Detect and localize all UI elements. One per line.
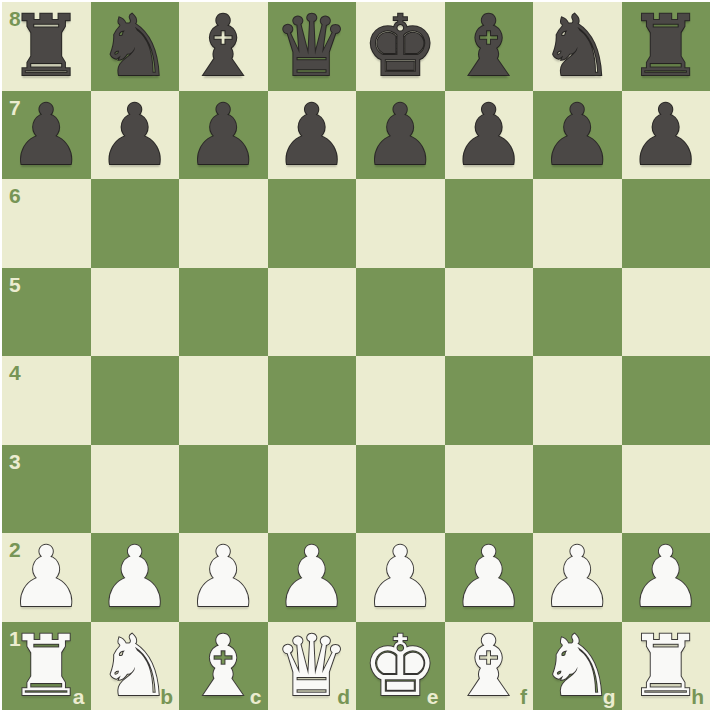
square-e1[interactable]: e♚: [356, 622, 445, 711]
square-g1[interactable]: g♞: [533, 622, 622, 711]
square-f6[interactable]: [445, 179, 534, 268]
piece-black-pawn[interactable]: ♟: [2, 91, 91, 180]
square-b7[interactable]: ♟: [91, 91, 180, 180]
square-e5[interactable]: [356, 268, 445, 357]
square-d5[interactable]: [268, 268, 357, 357]
square-c4[interactable]: [179, 356, 268, 445]
square-c1[interactable]: c♝: [179, 622, 268, 711]
piece-black-knight[interactable]: ♞: [91, 2, 180, 91]
piece-white-rook[interactable]: ♜: [2, 622, 91, 711]
square-d4[interactable]: [268, 356, 357, 445]
square-e3[interactable]: [356, 445, 445, 534]
square-g2[interactable]: ♟: [533, 533, 622, 622]
chess-board: 8♜♞♝♛♚♝♞♜7♟♟♟♟♟♟♟♟65432♟♟♟♟♟♟♟♟1a♜b♞c♝d♛…: [2, 2, 710, 710]
square-d6[interactable]: [268, 179, 357, 268]
piece-black-bishop[interactable]: ♝: [445, 2, 534, 91]
square-a1[interactable]: 1a♜: [2, 622, 91, 711]
square-d8[interactable]: ♛: [268, 2, 357, 91]
square-c3[interactable]: [179, 445, 268, 534]
square-c6[interactable]: [179, 179, 268, 268]
piece-white-queen[interactable]: ♛: [268, 622, 357, 711]
square-h5[interactable]: [622, 268, 711, 357]
square-c5[interactable]: [179, 268, 268, 357]
square-f8[interactable]: ♝: [445, 2, 534, 91]
square-h1[interactable]: h♜: [622, 622, 711, 711]
piece-black-rook[interactable]: ♜: [2, 2, 91, 91]
square-a5[interactable]: 5: [2, 268, 91, 357]
square-e2[interactable]: ♟: [356, 533, 445, 622]
piece-white-pawn[interactable]: ♟: [2, 533, 91, 622]
square-d7[interactable]: ♟: [268, 91, 357, 180]
square-f3[interactable]: [445, 445, 534, 534]
rank-label-5: 5: [9, 274, 21, 295]
square-h2[interactable]: ♟: [622, 533, 711, 622]
piece-black-pawn[interactable]: ♟: [622, 91, 711, 180]
square-g3[interactable]: [533, 445, 622, 534]
piece-black-rook[interactable]: ♜: [622, 2, 711, 91]
square-e7[interactable]: ♟: [356, 91, 445, 180]
piece-white-knight[interactable]: ♞: [533, 622, 622, 711]
square-g4[interactable]: [533, 356, 622, 445]
square-f1[interactable]: f♝: [445, 622, 534, 711]
piece-black-bishop[interactable]: ♝: [179, 2, 268, 91]
piece-black-queen[interactable]: ♛: [268, 2, 357, 91]
square-e6[interactable]: [356, 179, 445, 268]
piece-white-pawn[interactable]: ♟: [356, 533, 445, 622]
square-a4[interactable]: 4: [2, 356, 91, 445]
piece-black-pawn[interactable]: ♟: [91, 91, 180, 180]
square-g6[interactable]: [533, 179, 622, 268]
rank-label-6: 6: [9, 185, 21, 206]
piece-white-pawn[interactable]: ♟: [91, 533, 180, 622]
square-a3[interactable]: 3: [2, 445, 91, 534]
square-h4[interactable]: [622, 356, 711, 445]
piece-black-pawn[interactable]: ♟: [268, 91, 357, 180]
piece-black-pawn[interactable]: ♟: [179, 91, 268, 180]
rank-label-4: 4: [9, 362, 21, 383]
square-e4[interactable]: [356, 356, 445, 445]
square-f5[interactable]: [445, 268, 534, 357]
square-b8[interactable]: ♞: [91, 2, 180, 91]
square-a2[interactable]: 2♟: [2, 533, 91, 622]
piece-black-pawn[interactable]: ♟: [445, 91, 534, 180]
square-h6[interactable]: [622, 179, 711, 268]
piece-white-knight[interactable]: ♞: [91, 622, 180, 711]
square-h7[interactable]: ♟: [622, 91, 711, 180]
rank-label-3: 3: [9, 451, 21, 472]
square-b1[interactable]: b♞: [91, 622, 180, 711]
square-b3[interactable]: [91, 445, 180, 534]
square-f4[interactable]: [445, 356, 534, 445]
piece-white-pawn[interactable]: ♟: [445, 533, 534, 622]
square-c2[interactable]: ♟: [179, 533, 268, 622]
square-e8[interactable]: ♚: [356, 2, 445, 91]
piece-white-pawn[interactable]: ♟: [179, 533, 268, 622]
piece-black-pawn[interactable]: ♟: [533, 91, 622, 180]
square-b6[interactable]: [91, 179, 180, 268]
piece-black-knight[interactable]: ♞: [533, 2, 622, 91]
piece-white-pawn[interactable]: ♟: [533, 533, 622, 622]
square-b2[interactable]: ♟: [91, 533, 180, 622]
square-a6[interactable]: 6: [2, 179, 91, 268]
square-f2[interactable]: ♟: [445, 533, 534, 622]
square-g8[interactable]: ♞: [533, 2, 622, 91]
piece-white-bishop[interactable]: ♝: [445, 622, 534, 711]
square-h3[interactable]: [622, 445, 711, 534]
square-b4[interactable]: [91, 356, 180, 445]
piece-white-bishop[interactable]: ♝: [179, 622, 268, 711]
piece-black-king[interactable]: ♚: [356, 2, 445, 91]
square-f7[interactable]: ♟: [445, 91, 534, 180]
piece-white-pawn[interactable]: ♟: [268, 533, 357, 622]
piece-white-king[interactable]: ♚: [356, 622, 445, 711]
square-d3[interactable]: [268, 445, 357, 534]
piece-white-rook[interactable]: ♜: [622, 622, 711, 711]
square-d2[interactable]: ♟: [268, 533, 357, 622]
square-a8[interactable]: 8♜: [2, 2, 91, 91]
square-h8[interactable]: ♜: [622, 2, 711, 91]
square-c7[interactable]: ♟: [179, 91, 268, 180]
square-c8[interactable]: ♝: [179, 2, 268, 91]
square-d1[interactable]: d♛: [268, 622, 357, 711]
square-g5[interactable]: [533, 268, 622, 357]
piece-white-pawn[interactable]: ♟: [622, 533, 711, 622]
square-g7[interactable]: ♟: [533, 91, 622, 180]
square-a7[interactable]: 7♟: [2, 91, 91, 180]
piece-black-pawn[interactable]: ♟: [356, 91, 445, 180]
square-b5[interactable]: [91, 268, 180, 357]
